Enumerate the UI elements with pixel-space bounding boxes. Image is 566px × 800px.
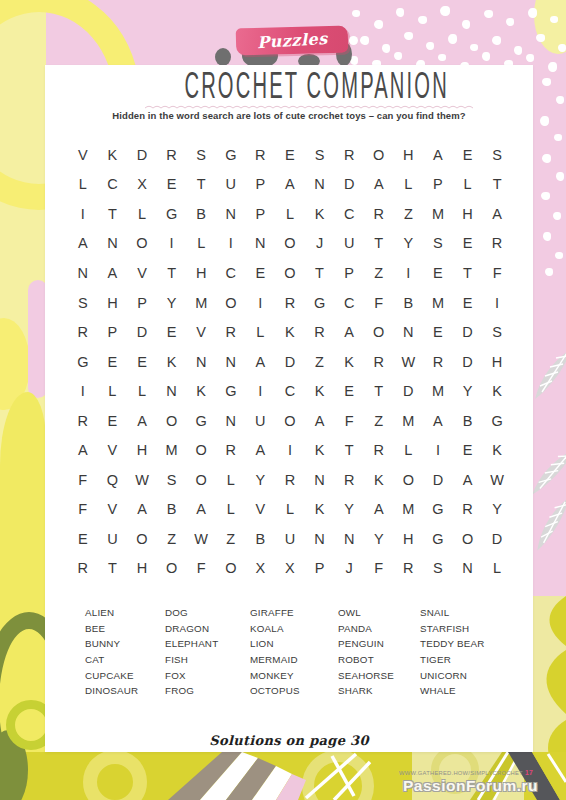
grid-cell: G: [157, 199, 187, 229]
grid-cell: X: [246, 554, 276, 584]
grid-cell: H: [394, 140, 424, 170]
white-dot-decoration: [514, 46, 522, 55]
grid-cell: O: [364, 140, 394, 170]
grid-cell: P: [305, 554, 335, 584]
grid-cell: S: [68, 288, 98, 318]
word-list-item: STARFISH: [420, 621, 484, 637]
grid-cell: D: [275, 347, 305, 377]
grid-cell: L: [275, 199, 305, 229]
white-dot-decoration: [558, 44, 566, 52]
grid-cell: G: [482, 406, 512, 436]
grid-cell: O: [216, 554, 246, 584]
grid-cell: O: [127, 229, 157, 259]
grid-cell: E: [157, 170, 187, 200]
grid-cell: D: [127, 317, 157, 347]
grid-cell: T: [482, 170, 512, 200]
grid-cell: D: [482, 524, 512, 554]
grid-cell: R: [246, 140, 276, 170]
leaf-decoration: [534, 348, 566, 400]
grid-cell: G: [423, 495, 453, 525]
grid-cell: M: [394, 406, 424, 436]
grid-cell: S: [186, 140, 216, 170]
grid-cell: E: [453, 229, 483, 259]
grid-cell: E: [98, 347, 128, 377]
grid-cell: C: [334, 288, 364, 318]
grid-cell: R: [482, 229, 512, 259]
word-list-item: OWL: [338, 605, 420, 621]
grid-cell: H: [127, 435, 157, 465]
grid-cell: E: [157, 317, 187, 347]
white-dot-decoration: [396, 8, 404, 17]
word-list-item: FISH: [165, 652, 250, 668]
grid-cell: O: [275, 406, 305, 436]
grid-cell: R: [305, 317, 335, 347]
grid-cell: B: [157, 495, 187, 525]
grid-cell: T: [364, 229, 394, 259]
grid-cell: D: [423, 465, 453, 495]
grid-cell: K: [482, 376, 512, 406]
word-list-item: BEE: [85, 621, 165, 637]
grid-cell: D: [127, 140, 157, 170]
grid-cell: I: [246, 288, 276, 318]
word-list-item: KOALA: [250, 621, 338, 637]
grid-cell: R: [364, 347, 394, 377]
grid-cell: E: [98, 406, 128, 436]
white-dot-decoration: [541, 192, 550, 200]
grid-cell: X: [127, 170, 157, 200]
word-list-item: GIRAFFE: [250, 605, 338, 621]
white-dot-decoration: [448, 34, 457, 44]
grid-cell: L: [394, 435, 424, 465]
grid-cell: U: [334, 229, 364, 259]
grid-cell: Y: [364, 524, 394, 554]
grid-cell: A: [453, 465, 483, 495]
grid-cell: D: [394, 376, 424, 406]
leaf-decoration: [532, 496, 566, 551]
grid-cell: E: [453, 435, 483, 465]
grid-cell: G: [423, 524, 453, 554]
grid-cell: A: [364, 495, 394, 525]
word-list-item: TEDDY BEAR: [420, 636, 484, 652]
grid-cell: A: [127, 406, 157, 436]
grid-cell: E: [423, 258, 453, 288]
grid-cell: U: [216, 170, 246, 200]
grid-cell: M: [394, 495, 424, 525]
word-list-item: DINOSAUR: [85, 683, 165, 699]
grid-cell: A: [186, 495, 216, 525]
grid-cell: I: [216, 229, 246, 259]
grid-cell: F: [68, 465, 98, 495]
grid-cell: E: [127, 347, 157, 377]
grid-cell: Y: [246, 465, 276, 495]
grid-cell: K: [305, 495, 335, 525]
white-dot-decoration: [492, 36, 501, 45]
grid-cell: S: [157, 465, 187, 495]
word-list-item: ROBOT: [338, 652, 420, 668]
grid-cell: Y: [157, 288, 187, 318]
grid-cell: X: [275, 554, 305, 584]
grid-cell: H: [394, 524, 424, 554]
grid-cell: E: [334, 376, 364, 406]
white-dot-decoration: [553, 212, 561, 220]
grid-cell: K: [186, 376, 216, 406]
word-list-item: DRAGON: [165, 621, 250, 637]
white-dot-decoration: [545, 268, 553, 276]
word-list-item: WHALE: [420, 683, 484, 699]
grid-cell: E: [453, 288, 483, 318]
grid-cell: F: [364, 554, 394, 584]
puzzle-card: CROCHET COMPANION Hidden in the word sea…: [45, 65, 533, 752]
grid-cell: P: [423, 170, 453, 200]
grid-cell: R: [364, 435, 394, 465]
white-dot-decoration: [418, 16, 427, 24]
grid-cell: F: [482, 258, 512, 288]
word-list-item: SEAHORSE: [338, 667, 420, 683]
grid-cell: L: [68, 170, 98, 200]
grid-cell: H: [482, 347, 512, 377]
grid-cell: R: [157, 140, 187, 170]
grid-cell: W: [482, 465, 512, 495]
word-search-grid: VKDRSGRESROHAESLCXETUPANDALPLTITLGBNPLKC…: [68, 140, 512, 583]
grid-cell: N: [453, 554, 483, 584]
white-dot-decoration: [374, 20, 383, 29]
grid-cell: A: [423, 406, 453, 436]
grid-cell: R: [394, 554, 424, 584]
grid-cell: O: [275, 258, 305, 288]
grid-cell: N: [394, 317, 424, 347]
grid-cell: R: [334, 465, 364, 495]
grid-cell: O: [157, 406, 187, 436]
grid-cell: T: [98, 199, 128, 229]
grid-cell: A: [246, 435, 276, 465]
grid-cell: O: [364, 317, 394, 347]
white-dot-decoration: [543, 232, 551, 241]
grid-cell: L: [186, 229, 216, 259]
word-list-item: DOG: [165, 605, 250, 621]
grid-cell: T: [157, 258, 187, 288]
grid-cell: C: [334, 199, 364, 229]
grid-cell: M: [423, 376, 453, 406]
grid-cell: I: [157, 229, 187, 259]
grid-cell: L: [394, 170, 424, 200]
grid-cell: G: [68, 347, 98, 377]
grid-cell: A: [127, 495, 157, 525]
grid-cell: K: [305, 199, 335, 229]
white-dot-decoration: [404, 32, 413, 40]
grid-cell: L: [482, 554, 512, 584]
grid-cell: F: [68, 495, 98, 525]
word-list-item: TIGER: [420, 652, 484, 668]
grid-cell: V: [186, 317, 216, 347]
grid-cell: R: [68, 554, 98, 584]
grid-cell: Z: [157, 524, 187, 554]
word-list-item: SHARK: [338, 683, 420, 699]
grid-cell: N: [334, 524, 364, 554]
puzzle-instructions: Hidden in the word search are lots of cu…: [45, 110, 533, 121]
grid-cell: V: [246, 495, 276, 525]
white-dot-decoration: [528, 8, 537, 18]
grid-cell: G: [216, 376, 246, 406]
grid-cell: V: [98, 495, 128, 525]
grid-cell: T: [305, 258, 335, 288]
grid-cell: I: [68, 376, 98, 406]
grid-cell: J: [334, 554, 364, 584]
grid-cell: A: [68, 229, 98, 259]
watermark: PassionForum.ru: [403, 777, 538, 795]
word-list-item: MONKEY: [250, 667, 338, 683]
grid-cell: F: [364, 288, 394, 318]
word-list-item: ELEPHANT: [165, 636, 250, 652]
grid-cell: V: [127, 258, 157, 288]
grid-cell: H: [127, 554, 157, 584]
grid-cell: K: [275, 317, 305, 347]
grid-cell: O: [127, 524, 157, 554]
grid-cell: K: [334, 347, 364, 377]
grid-cell: A: [246, 347, 276, 377]
white-dot-decoration: [526, 54, 534, 62]
grid-cell: N: [98, 229, 128, 259]
word-list-item: CUPCAKE: [85, 667, 165, 683]
grid-cell: S: [423, 554, 453, 584]
grid-cell: R: [423, 347, 453, 377]
grid-cell: C: [275, 376, 305, 406]
white-dot-decoration: [360, 36, 369, 45]
magazine-page: Puzzles CROCHET COMPANION Hidden in the …: [0, 0, 566, 800]
grid-cell: O: [186, 465, 216, 495]
grid-cell: S: [423, 229, 453, 259]
grid-cell: J: [305, 229, 335, 259]
white-dot-decoration: [482, 52, 490, 61]
grid-cell: D: [453, 317, 483, 347]
grid-cell: C: [98, 170, 128, 200]
page-title: CROCHET COMPANION: [73, 70, 561, 102]
grid-cell: F: [334, 406, 364, 436]
grid-cell: M: [423, 199, 453, 229]
word-list-item: MERMAID: [250, 652, 338, 668]
grid-cell: H: [453, 199, 483, 229]
grid-cell: W: [394, 347, 424, 377]
white-dot-decoration: [540, 116, 549, 126]
page-number: 17: [525, 769, 533, 776]
gray-blob-decoration: [215, 48, 231, 66]
grid-cell: V: [98, 435, 128, 465]
leaf-decoration: [531, 444, 566, 500]
grid-cell: R: [68, 317, 98, 347]
grid-cell: R: [334, 140, 364, 170]
word-list-item: BUNNY: [85, 636, 165, 652]
grid-cell: G: [216, 140, 246, 170]
grid-cell: I: [482, 288, 512, 318]
grid-cell: L: [127, 199, 157, 229]
grid-cell: P: [246, 170, 276, 200]
grid-cell: B: [186, 199, 216, 229]
grid-cell: D: [334, 170, 364, 200]
grid-cell: A: [68, 435, 98, 465]
grid-cell: O: [157, 554, 187, 584]
white-dot-decoration: [556, 172, 564, 181]
grid-cell: Z: [364, 258, 394, 288]
word-list-item: SNAIL: [420, 605, 484, 621]
grid-cell: U: [98, 524, 128, 554]
white-dot-decoration: [440, 6, 450, 16]
grid-cell: N: [305, 524, 335, 554]
grid-cell: L: [98, 376, 128, 406]
grid-cell: O: [216, 288, 246, 318]
grid-cell: P: [127, 288, 157, 318]
word-list-item: PANDA: [338, 621, 420, 637]
grid-cell: N: [305, 170, 335, 200]
white-dot-decoration: [554, 134, 562, 141]
grid-cell: A: [275, 170, 305, 200]
grid-cell: Y: [334, 495, 364, 525]
white-dot-decoration: [555, 252, 563, 259]
grid-cell: K: [364, 465, 394, 495]
grid-cell: F: [186, 554, 216, 584]
word-list-item: OCTOPUS: [250, 683, 338, 699]
white-dot-decoration: [462, 20, 470, 29]
grid-cell: V: [68, 140, 98, 170]
grid-cell: E: [423, 317, 453, 347]
grid-cell: R: [364, 199, 394, 229]
grid-cell: P: [246, 199, 276, 229]
grid-cell: T: [98, 554, 128, 584]
grid-cell: E: [275, 140, 305, 170]
grid-cell: K: [482, 435, 512, 465]
grid-cell: G: [305, 288, 335, 318]
grid-cell: Z: [216, 524, 246, 554]
grid-cell: S: [482, 317, 512, 347]
white-dot-decoration: [506, 18, 514, 26]
word-list-item: LION: [250, 636, 338, 652]
word-list-item: ALIEN: [85, 605, 165, 621]
word-list-item: CAT: [85, 652, 165, 668]
grid-cell: R: [453, 495, 483, 525]
grid-cell: L: [216, 495, 246, 525]
grid-cell: A: [364, 170, 394, 200]
grid-cell: L: [246, 317, 276, 347]
grid-cell: C: [216, 258, 246, 288]
word-list-item: FROG: [165, 683, 250, 699]
white-dot-decoration: [394, 52, 402, 60]
footer-url: WWW.GATHERED.HOW/SIMPLYCROCHET17: [399, 769, 533, 776]
grid-cell: L: [216, 465, 246, 495]
grid-cell: S: [482, 140, 512, 170]
grid-cell: O: [275, 229, 305, 259]
grid-cell: K: [98, 140, 128, 170]
grid-cell: R: [216, 435, 246, 465]
white-dot-decoration: [536, 34, 545, 42]
word-list: ALIENBEEBUNNYCATCUPCAKEDINOSAURDOGDRAGON…: [85, 605, 484, 699]
grid-cell: T: [453, 258, 483, 288]
grid-cell: W: [186, 524, 216, 554]
site-url: WWW.GATHERED.HOW/SIMPLYCROCHET: [399, 770, 523, 776]
badge-dot-decoration: [349, 36, 358, 45]
white-dot-decoration: [382, 44, 390, 53]
grid-cell: O: [453, 524, 483, 554]
grid-cell: U: [275, 524, 305, 554]
grid-cell: N: [157, 376, 187, 406]
grid-cell: Q: [98, 465, 128, 495]
grid-cell: K: [305, 435, 335, 465]
white-dot-decoration: [352, 10, 360, 17]
grid-cell: G: [186, 406, 216, 436]
grid-cell: L: [275, 495, 305, 525]
grid-cell: M: [423, 288, 453, 318]
grid-cell: I: [275, 435, 305, 465]
grid-cell: L: [453, 170, 483, 200]
grid-cell: I: [246, 376, 276, 406]
puzzles-badge-label: Puzzles: [256, 29, 328, 52]
white-dot-decoration: [426, 42, 434, 50]
grid-cell: I: [423, 435, 453, 465]
grid-cell: U: [246, 406, 276, 436]
grid-cell: K: [157, 347, 187, 377]
grid-cell: Z: [364, 406, 394, 436]
grid-cell: N: [305, 465, 335, 495]
grid-cell: A: [423, 140, 453, 170]
grid-cell: A: [98, 258, 128, 288]
grid-cell: H: [98, 288, 128, 318]
grid-cell: O: [394, 465, 424, 495]
grid-cell: B: [453, 406, 483, 436]
grid-cell: A: [482, 199, 512, 229]
grid-cell: O: [186, 435, 216, 465]
grid-cell: L: [127, 376, 157, 406]
grid-cell: R: [275, 465, 305, 495]
grid-cell: N: [216, 406, 246, 436]
white-dot-decoration: [550, 16, 558, 23]
grid-cell: A: [305, 406, 335, 436]
grid-cell: K: [305, 376, 335, 406]
white-dot-decoration: [484, 10, 493, 18]
grid-cell: Y: [453, 376, 483, 406]
grid-cell: A: [334, 317, 364, 347]
grid-cell: I: [394, 258, 424, 288]
grid-cell: Y: [482, 495, 512, 525]
left-collage-strip: [0, 0, 46, 800]
grid-cell: B: [394, 288, 424, 318]
solutions-note: Solutions on page 30: [45, 733, 533, 748]
word-list-item: UNICORN: [420, 667, 484, 683]
grid-cell: T: [364, 376, 394, 406]
grid-cell: M: [157, 435, 187, 465]
grid-cell: T: [334, 435, 364, 465]
grid-cell: S: [305, 140, 335, 170]
grid-cell: I: [68, 199, 98, 229]
grid-cell: M: [186, 288, 216, 318]
grid-cell: H: [186, 258, 216, 288]
grid-cell: Y: [394, 229, 424, 259]
word-list-item: FOX: [165, 667, 250, 683]
grid-cell: P: [98, 317, 128, 347]
word-list-item: PENGUIN: [338, 636, 420, 652]
white-dot-decoration: [438, 54, 446, 61]
white-dot-decoration: [542, 154, 551, 163]
grid-cell: N: [186, 347, 216, 377]
grid-cell: Z: [305, 347, 335, 377]
grid-cell: N: [216, 199, 246, 229]
grid-cell: N: [246, 229, 276, 259]
grid-cell: P: [334, 258, 364, 288]
grid-cell: R: [216, 317, 246, 347]
grid-cell: R: [68, 406, 98, 436]
grid-cell: W: [127, 465, 157, 495]
white-dot-decoration: [470, 44, 478, 51]
grid-cell: N: [68, 258, 98, 288]
grid-cell: E: [246, 258, 276, 288]
grid-cell: B: [246, 524, 276, 554]
grid-cell: Z: [394, 199, 424, 229]
